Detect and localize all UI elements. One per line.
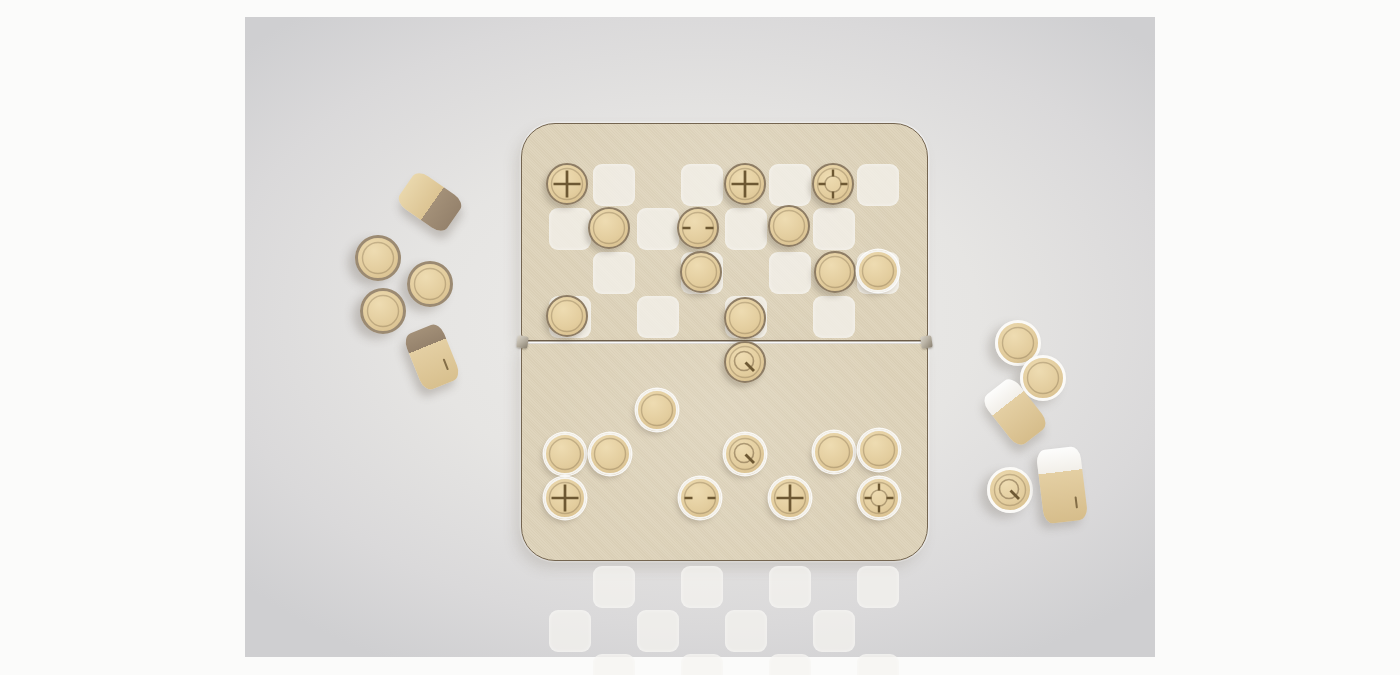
board-grid-bottom	[548, 565, 900, 675]
square-h8	[856, 163, 900, 207]
square-e2	[724, 653, 768, 675]
light-square	[681, 654, 723, 675]
square-e3	[724, 609, 768, 653]
square-d8	[680, 163, 724, 207]
square-f8	[768, 163, 812, 207]
light-square	[813, 208, 855, 250]
square-c3	[636, 609, 680, 653]
plain-mark-icon	[589, 433, 631, 475]
piece-taupe-plain-e5	[724, 297, 766, 339]
crosshair-mark-icon	[858, 477, 900, 519]
square-g4	[812, 565, 856, 609]
square-h5	[856, 295, 900, 339]
piece-taupe-crosshair-g8	[812, 163, 854, 205]
loose-piece-taupe-upright	[407, 261, 453, 307]
square-b6	[592, 251, 636, 295]
light-square	[593, 566, 635, 608]
plain-mark-icon	[588, 207, 630, 249]
cross-mark-icon	[769, 477, 811, 519]
light-square	[637, 296, 679, 338]
piece-taupe-slash-e4	[724, 341, 766, 383]
piece-taupe-plain-a5	[546, 295, 588, 337]
square-c4	[636, 565, 680, 609]
square-a6	[548, 251, 592, 295]
loose-piece-taupe-fallen	[395, 169, 465, 235]
square-d4	[680, 565, 724, 609]
light-square	[769, 566, 811, 608]
plain-mark-icon	[409, 263, 451, 305]
light-square	[857, 164, 899, 206]
slash-mark-icon	[724, 433, 766, 475]
loose-piece-white-fallen	[1036, 446, 1089, 525]
piece-white-plain-b2	[589, 433, 631, 475]
cross-mark-icon	[724, 163, 766, 205]
light-square	[725, 208, 767, 250]
square-c8	[636, 163, 680, 207]
square-g3	[812, 609, 856, 653]
square-a4	[548, 565, 592, 609]
plain-mark-icon	[544, 433, 586, 475]
light-square	[813, 296, 855, 338]
square-b5	[592, 295, 636, 339]
square-g5	[812, 295, 856, 339]
loose-piece-taupe-fallen	[402, 322, 462, 393]
plain-mark-icon	[680, 251, 722, 293]
light-square	[813, 610, 855, 652]
light-square	[593, 252, 635, 294]
light-square	[593, 654, 635, 675]
loose-piece-white-upright	[987, 467, 1033, 513]
piece-white-cross-f1	[769, 477, 811, 519]
square-f2	[768, 653, 812, 675]
plain-mark-icon	[362, 290, 404, 332]
square-d5	[680, 295, 724, 339]
light-square	[769, 164, 811, 206]
square-c2	[636, 653, 680, 675]
plain-mark-icon	[813, 431, 855, 473]
cross-mark-icon	[544, 477, 586, 519]
square-a2	[548, 653, 592, 675]
piece-taupe-plain-g6	[814, 251, 856, 293]
dashes-mark-icon	[679, 477, 721, 519]
square-g2	[812, 653, 856, 675]
piece-white-crosshair-h1	[858, 477, 900, 519]
light-square	[549, 610, 591, 652]
square-f3	[768, 609, 812, 653]
square-h2	[856, 653, 900, 675]
light-square	[681, 566, 723, 608]
loose-piece-taupe-upright	[360, 288, 406, 334]
light-square	[637, 208, 679, 250]
engraving-groove	[443, 358, 449, 370]
studio-backdrop	[245, 17, 1155, 657]
slash-mark-icon	[989, 469, 1031, 511]
square-d3	[680, 609, 724, 653]
piece-white-plain-h2	[858, 429, 900, 471]
square-e6	[724, 251, 768, 295]
plain-mark-icon	[768, 205, 810, 247]
light-square	[725, 610, 767, 652]
plain-mark-icon	[858, 429, 900, 471]
light-square	[681, 164, 723, 206]
square-c7	[636, 207, 680, 251]
hinge-pin-left-icon	[516, 335, 529, 348]
square-d2	[680, 653, 724, 675]
square-g7	[812, 207, 856, 251]
square-a7	[548, 207, 592, 251]
plain-mark-icon	[1022, 357, 1064, 399]
square-e4	[724, 565, 768, 609]
square-f4	[768, 565, 812, 609]
plain-mark-icon	[857, 250, 899, 292]
piece-white-plain-g2	[813, 431, 855, 473]
light-square	[549, 208, 591, 250]
piece-white-cross-a1	[544, 477, 586, 519]
slash-mark-icon	[724, 341, 766, 383]
hinge-pin-right-icon	[920, 335, 933, 348]
plain-mark-icon	[724, 297, 766, 339]
square-h3	[856, 609, 900, 653]
crosshair-mark-icon	[812, 163, 854, 205]
piece-white-plain-h6	[857, 250, 899, 292]
light-square	[857, 654, 899, 675]
square-b2	[592, 653, 636, 675]
piece-taupe-plain-f7	[768, 205, 810, 247]
cross-mark-icon	[546, 163, 588, 205]
square-c5	[636, 295, 680, 339]
square-f5	[768, 295, 812, 339]
square-b3	[592, 609, 636, 653]
light-square	[857, 566, 899, 608]
piece-taupe-plain-b7	[588, 207, 630, 249]
piece-taupe-dashes-d7	[677, 207, 719, 249]
light-square	[769, 654, 811, 675]
plain-mark-icon	[546, 295, 588, 337]
square-b4	[592, 565, 636, 609]
square-h7	[856, 207, 900, 251]
square-a3	[548, 609, 592, 653]
engraving-groove	[1075, 496, 1078, 508]
piece-white-dashes-d1	[679, 477, 721, 519]
dashes-mark-icon	[677, 207, 719, 249]
piece-white-plain-c3	[636, 389, 678, 431]
square-b8	[592, 163, 636, 207]
square-e7	[724, 207, 768, 251]
light-square	[637, 610, 679, 652]
plain-mark-icon	[636, 389, 678, 431]
square-f6	[768, 251, 812, 295]
piece-white-slash-e2	[724, 433, 766, 475]
piece-white-plain-a2	[544, 433, 586, 475]
square-h4	[856, 565, 900, 609]
game-board	[521, 123, 928, 561]
plain-mark-icon	[814, 251, 856, 293]
light-square	[593, 164, 635, 206]
light-square	[769, 252, 811, 294]
plain-mark-icon	[357, 237, 399, 279]
loose-piece-taupe-upright	[355, 235, 401, 281]
piece-taupe-cross-e8	[724, 163, 766, 205]
piece-taupe-cross-a8	[546, 163, 588, 205]
square-c6	[636, 251, 680, 295]
piece-taupe-plain-d6	[680, 251, 722, 293]
